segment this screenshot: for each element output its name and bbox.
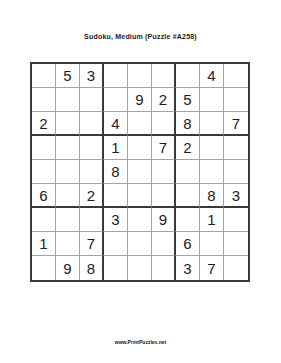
sudoku-cell-r7c3[interactable] <box>80 208 104 232</box>
sudoku-cell-r5c6[interactable] <box>152 160 176 184</box>
sudoku-cell-r8c9[interactable] <box>224 232 248 256</box>
sudoku-cell-r7c1[interactable] <box>32 208 56 232</box>
sudoku-cell-r4c9[interactable] <box>224 136 248 160</box>
sudoku-cell-r2c7[interactable]: 5 <box>176 88 200 112</box>
sudoku-cell-r1c3[interactable]: 3 <box>80 64 104 88</box>
sudoku-cell-r7c2[interactable] <box>56 208 80 232</box>
sudoku-cell-r8c1[interactable]: 1 <box>32 232 56 256</box>
sudoku-cell-r9c4[interactable] <box>104 256 128 280</box>
sudoku-cell-r4c3[interactable] <box>80 136 104 160</box>
sudoku-cell-r8c3[interactable]: 7 <box>80 232 104 256</box>
sudoku-cell-r5c8[interactable] <box>200 160 224 184</box>
sudoku-cell-r2c2[interactable] <box>56 88 80 112</box>
sudoku-cell-r4c1[interactable] <box>32 136 56 160</box>
sudoku-cell-r5c5[interactable] <box>128 160 152 184</box>
footer-url: www.PrintPuzzles.net <box>0 339 281 345</box>
page-title: Sudoku, Medium (Puzzle #A258) <box>0 33 281 40</box>
sudoku-cell-r3c9[interactable]: 7 <box>224 112 248 136</box>
sudoku-cell-r1c2[interactable]: 5 <box>56 64 80 88</box>
sudoku-cell-r4c2[interactable] <box>56 136 80 160</box>
sudoku-cell-r7c5[interactable] <box>128 208 152 232</box>
sudoku-cell-r3c3[interactable] <box>80 112 104 136</box>
sudoku-cell-r9c8[interactable]: 7 <box>200 256 224 280</box>
sudoku-cell-r1c9[interactable] <box>224 64 248 88</box>
sudoku-cell-r8c8[interactable] <box>200 232 224 256</box>
sudoku-cell-r7c4[interactable]: 3 <box>104 208 128 232</box>
sudoku-cell-r5c4[interactable]: 8 <box>104 160 128 184</box>
sudoku-cell-r5c2[interactable] <box>56 160 80 184</box>
sudoku-board: 5349252487172862833911769837 <box>30 62 250 282</box>
sudoku-cell-r5c1[interactable] <box>32 160 56 184</box>
sudoku-cell-r3c4[interactable]: 4 <box>104 112 128 136</box>
sudoku-cell-r8c5[interactable] <box>128 232 152 256</box>
sudoku-cell-r2c8[interactable] <box>200 88 224 112</box>
sudoku-cell-r1c8[interactable]: 4 <box>200 64 224 88</box>
sudoku-cell-r6c2[interactable] <box>56 184 80 208</box>
sudoku-cell-r9c7[interactable]: 3 <box>176 256 200 280</box>
sudoku-cell-r1c7[interactable] <box>176 64 200 88</box>
sudoku-cell-r6c4[interactable] <box>104 184 128 208</box>
sudoku-cell-r2c6[interactable]: 2 <box>152 88 176 112</box>
sudoku-cell-r9c1[interactable] <box>32 256 56 280</box>
sudoku-cell-r7c9[interactable] <box>224 208 248 232</box>
sudoku-cell-r6c7[interactable] <box>176 184 200 208</box>
sudoku-cell-r5c9[interactable] <box>224 160 248 184</box>
sudoku-cell-r4c5[interactable] <box>128 136 152 160</box>
sudoku-cell-r7c6[interactable]: 9 <box>152 208 176 232</box>
sudoku-cell-r5c7[interactable] <box>176 160 200 184</box>
sudoku-cell-r3c1[interactable]: 2 <box>32 112 56 136</box>
sudoku-cell-r3c5[interactable] <box>128 112 152 136</box>
sudoku-cell-r9c2[interactable]: 9 <box>56 256 80 280</box>
sudoku-cell-r9c5[interactable] <box>128 256 152 280</box>
sudoku-cell-r2c3[interactable] <box>80 88 104 112</box>
sudoku-cell-r6c8[interactable]: 8 <box>200 184 224 208</box>
sudoku-cell-r2c4[interactable] <box>104 88 128 112</box>
sudoku-cell-r3c2[interactable] <box>56 112 80 136</box>
sudoku-cell-r8c4[interactable] <box>104 232 128 256</box>
sudoku-cell-r7c8[interactable]: 1 <box>200 208 224 232</box>
sudoku-cell-r9c3[interactable]: 8 <box>80 256 104 280</box>
sudoku-cell-r8c2[interactable] <box>56 232 80 256</box>
sudoku-cell-r9c6[interactable] <box>152 256 176 280</box>
sudoku-cell-r6c9[interactable]: 3 <box>224 184 248 208</box>
sudoku-cell-r8c6[interactable] <box>152 232 176 256</box>
sudoku-cell-r3c8[interactable] <box>200 112 224 136</box>
sudoku-cell-r3c6[interactable] <box>152 112 176 136</box>
sudoku-cell-r1c6[interactable] <box>152 64 176 88</box>
sudoku-cell-r4c6[interactable]: 7 <box>152 136 176 160</box>
sudoku-cell-r4c7[interactable]: 2 <box>176 136 200 160</box>
sudoku-cell-r5c3[interactable] <box>80 160 104 184</box>
sudoku-cell-r1c4[interactable] <box>104 64 128 88</box>
sudoku-cell-r4c8[interactable] <box>200 136 224 160</box>
sudoku-cell-r1c5[interactable] <box>128 64 152 88</box>
sudoku-cell-r2c9[interactable] <box>224 88 248 112</box>
sudoku-cell-r2c1[interactable] <box>32 88 56 112</box>
sudoku-cell-r8c7[interactable]: 6 <box>176 232 200 256</box>
sudoku-cell-r6c6[interactable] <box>152 184 176 208</box>
sudoku-cell-r3c7[interactable]: 8 <box>176 112 200 136</box>
sudoku-cell-r4c4[interactable]: 1 <box>104 136 128 160</box>
sudoku-cell-r1c1[interactable] <box>32 64 56 88</box>
sudoku-cell-r6c5[interactable] <box>128 184 152 208</box>
sudoku-cell-r6c1[interactable]: 6 <box>32 184 56 208</box>
sudoku-cell-r7c7[interactable] <box>176 208 200 232</box>
sudoku-cell-r9c9[interactable] <box>224 256 248 280</box>
sudoku-cell-r6c3[interactable]: 2 <box>80 184 104 208</box>
sudoku-cell-r2c5[interactable]: 9 <box>128 88 152 112</box>
